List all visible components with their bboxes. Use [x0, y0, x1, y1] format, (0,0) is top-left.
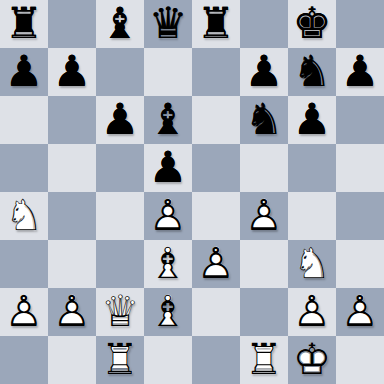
square-a7[interactable]: ♟♙: [0, 48, 48, 96]
square-b4[interactable]: [48, 192, 96, 240]
piece-outline: ♙: [144, 144, 192, 192]
square-g3[interactable]: ♞♘: [288, 240, 336, 288]
piece-outline: ♖: [240, 336, 288, 384]
piece-outline: ♖: [96, 336, 144, 384]
square-e4[interactable]: [192, 192, 240, 240]
square-g5[interactable]: [288, 144, 336, 192]
piece-fill: ♟: [336, 48, 384, 96]
piece-white-rook: ♜♖: [96, 336, 144, 384]
piece-black-bishop: ♝♗: [144, 96, 192, 144]
piece-fill: ♞: [288, 240, 336, 288]
square-e1[interactable]: [192, 336, 240, 384]
piece-white-bishop: ♝♗: [144, 288, 192, 336]
piece-fill: ♜: [0, 0, 48, 48]
piece-fill: ♛: [96, 288, 144, 336]
piece-white-pawn: ♟♙: [288, 288, 336, 336]
piece-white-pawn: ♟♙: [0, 288, 48, 336]
piece-outline: ♙: [240, 48, 288, 96]
square-g7[interactable]: ♞♘: [288, 48, 336, 96]
square-c7[interactable]: [96, 48, 144, 96]
square-c5[interactable]: [96, 144, 144, 192]
piece-fill: ♟: [192, 240, 240, 288]
piece-outline: ♘: [288, 48, 336, 96]
piece-white-rook: ♜♖: [240, 336, 288, 384]
square-b7[interactable]: ♟♙: [48, 48, 96, 96]
piece-white-pawn: ♟♙: [336, 288, 384, 336]
piece-outline: ♙: [96, 96, 144, 144]
piece-outline: ♙: [192, 240, 240, 288]
square-h7[interactable]: ♟♙: [336, 48, 384, 96]
chess-board[interactable]: ♜♖♝♗♛♕♜♖♚♔♟♙♟♙♟♙♞♘♟♙♟♙♝♗♞♘♟♙♟♙♞♘♟♙♟♙♝♗♟♙…: [0, 0, 384, 384]
piece-black-pawn: ♟♙: [144, 144, 192, 192]
piece-fill: ♟: [336, 288, 384, 336]
square-a6[interactable]: [0, 96, 48, 144]
square-b8[interactable]: [48, 0, 96, 48]
square-e7[interactable]: [192, 48, 240, 96]
piece-black-pawn: ♟♙: [288, 96, 336, 144]
piece-fill: ♟: [48, 48, 96, 96]
square-h8[interactable]: [336, 0, 384, 48]
piece-white-pawn: ♟♙: [192, 240, 240, 288]
piece-outline: ♙: [288, 288, 336, 336]
square-g2[interactable]: ♟♙: [288, 288, 336, 336]
piece-black-rook: ♜♖: [0, 0, 48, 48]
piece-white-bishop: ♝♗: [144, 240, 192, 288]
piece-outline: ♙: [336, 48, 384, 96]
square-h4[interactable]: [336, 192, 384, 240]
piece-black-pawn: ♟♙: [48, 48, 96, 96]
piece-white-pawn: ♟♙: [48, 288, 96, 336]
piece-black-king: ♚♔: [288, 0, 336, 48]
square-d6[interactable]: ♝♗: [144, 96, 192, 144]
piece-outline: ♗: [96, 0, 144, 48]
piece-fill: ♜: [240, 336, 288, 384]
square-b6[interactable]: [48, 96, 96, 144]
piece-black-queen: ♛♕: [144, 0, 192, 48]
square-e5[interactable]: [192, 144, 240, 192]
piece-fill: ♟: [288, 288, 336, 336]
square-h6[interactable]: [336, 96, 384, 144]
square-c1[interactable]: ♜♖: [96, 336, 144, 384]
piece-outline: ♖: [192, 0, 240, 48]
piece-outline: ♔: [288, 336, 336, 384]
piece-fill: ♜: [192, 0, 240, 48]
piece-fill: ♞: [0, 192, 48, 240]
piece-outline: ♘: [240, 96, 288, 144]
piece-outline: ♙: [0, 48, 48, 96]
square-g1[interactable]: ♚♔: [288, 336, 336, 384]
square-c3[interactable]: [96, 240, 144, 288]
square-a2[interactable]: ♟♙: [0, 288, 48, 336]
piece-fill: ♟: [288, 96, 336, 144]
square-e8[interactable]: ♜♖: [192, 0, 240, 48]
square-f1[interactable]: ♜♖: [240, 336, 288, 384]
piece-outline: ♕: [144, 0, 192, 48]
piece-white-pawn: ♟♙: [240, 192, 288, 240]
piece-black-knight: ♞♘: [240, 96, 288, 144]
piece-outline: ♔: [288, 0, 336, 48]
square-h5[interactable]: [336, 144, 384, 192]
square-g8[interactable]: ♚♔: [288, 0, 336, 48]
square-b1[interactable]: [48, 336, 96, 384]
square-h2[interactable]: ♟♙: [336, 288, 384, 336]
piece-outline: ♗: [144, 288, 192, 336]
piece-fill: ♟: [144, 144, 192, 192]
square-d1[interactable]: [144, 336, 192, 384]
square-e2[interactable]: [192, 288, 240, 336]
piece-black-bishop: ♝♗: [96, 0, 144, 48]
square-d3[interactable]: ♝♗: [144, 240, 192, 288]
piece-outline: ♙: [240, 192, 288, 240]
square-e6[interactable]: [192, 96, 240, 144]
piece-white-knight: ♞♘: [288, 240, 336, 288]
square-f8[interactable]: [240, 0, 288, 48]
piece-fill: ♟: [144, 192, 192, 240]
square-b5[interactable]: [48, 144, 96, 192]
piece-fill: ♞: [240, 96, 288, 144]
piece-outline: ♖: [0, 0, 48, 48]
piece-white-king: ♚♔: [288, 336, 336, 384]
square-d4[interactable]: ♟♙: [144, 192, 192, 240]
piece-fill: ♝: [96, 0, 144, 48]
piece-fill: ♛: [144, 0, 192, 48]
piece-outline: ♙: [0, 288, 48, 336]
square-a8[interactable]: ♜♖: [0, 0, 48, 48]
square-c8[interactable]: ♝♗: [96, 0, 144, 48]
square-g6[interactable]: ♟♙: [288, 96, 336, 144]
piece-outline: ♘: [288, 240, 336, 288]
square-d7[interactable]: [144, 48, 192, 96]
square-f2[interactable]: [240, 288, 288, 336]
square-f5[interactable]: [240, 144, 288, 192]
square-f4[interactable]: ♟♙: [240, 192, 288, 240]
square-f6[interactable]: ♞♘: [240, 96, 288, 144]
piece-black-pawn: ♟♙: [336, 48, 384, 96]
piece-white-pawn: ♟♙: [144, 192, 192, 240]
piece-outline: ♙: [48, 288, 96, 336]
square-c6[interactable]: ♟♙: [96, 96, 144, 144]
piece-outline: ♙: [48, 48, 96, 96]
piece-fill: ♚: [288, 336, 336, 384]
piece-fill: ♝: [144, 240, 192, 288]
square-c2[interactable]: ♛♕: [96, 288, 144, 336]
square-a3[interactable]: [0, 240, 48, 288]
piece-outline: ♕: [96, 288, 144, 336]
piece-black-knight: ♞♘: [288, 48, 336, 96]
square-g4[interactable]: [288, 192, 336, 240]
square-b2[interactable]: ♟♙: [48, 288, 96, 336]
piece-outline: ♘: [0, 192, 48, 240]
square-d2[interactable]: ♝♗: [144, 288, 192, 336]
square-a1[interactable]: [0, 336, 48, 384]
piece-fill: ♟: [48, 288, 96, 336]
square-h3[interactable]: [336, 240, 384, 288]
piece-outline: ♗: [144, 96, 192, 144]
square-b3[interactable]: [48, 240, 96, 288]
piece-black-pawn: ♟♙: [96, 96, 144, 144]
piece-black-pawn: ♟♙: [240, 48, 288, 96]
piece-white-knight: ♞♘: [0, 192, 48, 240]
piece-fill: ♝: [144, 288, 192, 336]
square-h1[interactable]: [336, 336, 384, 384]
piece-black-pawn: ♟♙: [0, 48, 48, 96]
square-a4[interactable]: ♞♘: [0, 192, 48, 240]
piece-fill: ♞: [288, 48, 336, 96]
square-a5[interactable]: [0, 144, 48, 192]
square-f3[interactable]: [240, 240, 288, 288]
piece-fill: ♜: [96, 336, 144, 384]
square-e3[interactable]: ♟♙: [192, 240, 240, 288]
piece-fill: ♟: [240, 192, 288, 240]
piece-outline: ♙: [336, 288, 384, 336]
square-c4[interactable]: [96, 192, 144, 240]
piece-fill: ♟: [0, 48, 48, 96]
piece-fill: ♟: [0, 288, 48, 336]
piece-outline: ♙: [144, 192, 192, 240]
piece-black-rook: ♜♖: [192, 0, 240, 48]
square-d8[interactable]: ♛♕: [144, 0, 192, 48]
piece-outline: ♗: [144, 240, 192, 288]
piece-fill: ♟: [240, 48, 288, 96]
piece-fill: ♟: [96, 96, 144, 144]
piece-outline: ♙: [288, 96, 336, 144]
square-f7[interactable]: ♟♙: [240, 48, 288, 96]
piece-white-queen: ♛♕: [96, 288, 144, 336]
square-d5[interactable]: ♟♙: [144, 144, 192, 192]
piece-fill: ♝: [144, 96, 192, 144]
piece-fill: ♚: [288, 0, 336, 48]
